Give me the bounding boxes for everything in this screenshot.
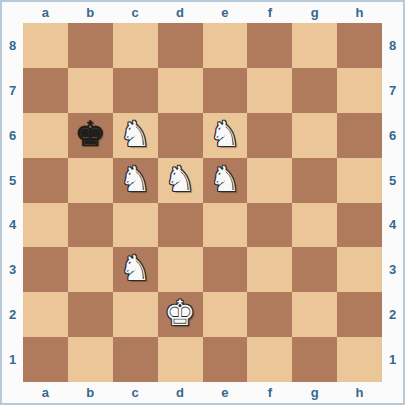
rank-label-8: 8 bbox=[382, 23, 403, 68]
square-g8[interactable] bbox=[292, 23, 337, 68]
square-b6[interactable]: ♚ bbox=[68, 113, 113, 158]
square-c8[interactable] bbox=[113, 23, 158, 68]
square-f3[interactable] bbox=[247, 247, 292, 292]
square-h4[interactable] bbox=[337, 203, 382, 248]
square-f6[interactable] bbox=[247, 113, 292, 158]
file-label-a: a bbox=[23, 2, 68, 23]
square-h7[interactable] bbox=[337, 68, 382, 113]
square-g2[interactable] bbox=[292, 292, 337, 337]
square-g1[interactable] bbox=[292, 337, 337, 382]
file-label-d: d bbox=[158, 2, 203, 23]
rank-label-4: 4 bbox=[2, 203, 23, 248]
square-g3[interactable] bbox=[292, 247, 337, 292]
file-label-b: b bbox=[68, 2, 113, 23]
square-d1[interactable] bbox=[158, 337, 203, 382]
white-knight-piece[interactable]: ♞ bbox=[164, 162, 195, 197]
square-f5[interactable] bbox=[247, 158, 292, 203]
file-label-h: h bbox=[337, 382, 382, 403]
square-c7[interactable] bbox=[113, 68, 158, 113]
square-g6[interactable] bbox=[292, 113, 337, 158]
white-knight-piece[interactable]: ♞ bbox=[119, 251, 150, 286]
square-d7[interactable] bbox=[158, 68, 203, 113]
square-c1[interactable] bbox=[113, 337, 158, 382]
square-h1[interactable] bbox=[337, 337, 382, 382]
white-knight-piece[interactable]: ♞ bbox=[119, 117, 150, 152]
file-label-g: g bbox=[292, 2, 337, 23]
square-h8[interactable] bbox=[337, 23, 382, 68]
square-a2[interactable] bbox=[23, 292, 68, 337]
rank-label-8: 8 bbox=[2, 23, 23, 68]
square-b5[interactable] bbox=[68, 158, 113, 203]
square-b2[interactable] bbox=[68, 292, 113, 337]
white-knight-piece[interactable]: ♞ bbox=[209, 117, 240, 152]
square-a1[interactable] bbox=[23, 337, 68, 382]
square-f1[interactable] bbox=[247, 337, 292, 382]
square-e2[interactable] bbox=[203, 292, 248, 337]
square-g5[interactable] bbox=[292, 158, 337, 203]
chessboard: ♚♞♞♞♞♞♞♚ bbox=[23, 23, 382, 382]
square-d5[interactable]: ♞ bbox=[158, 158, 203, 203]
square-e5[interactable]: ♞ bbox=[203, 158, 248, 203]
square-e4[interactable] bbox=[203, 203, 248, 248]
white-knight-piece[interactable]: ♞ bbox=[119, 162, 150, 197]
rank-label-1: 1 bbox=[2, 337, 23, 382]
file-label-a: a bbox=[23, 382, 68, 403]
rank-label-3: 3 bbox=[2, 247, 23, 292]
square-f2[interactable] bbox=[247, 292, 292, 337]
square-h3[interactable] bbox=[337, 247, 382, 292]
square-e6[interactable]: ♞ bbox=[203, 113, 248, 158]
square-e1[interactable] bbox=[203, 337, 248, 382]
rank-label-2: 2 bbox=[2, 292, 23, 337]
square-d8[interactable] bbox=[158, 23, 203, 68]
square-f7[interactable] bbox=[247, 68, 292, 113]
rank-label-6: 6 bbox=[382, 113, 403, 158]
square-a7[interactable] bbox=[23, 68, 68, 113]
square-c6[interactable]: ♞ bbox=[113, 113, 158, 158]
square-b4[interactable] bbox=[68, 203, 113, 248]
square-f8[interactable] bbox=[247, 23, 292, 68]
rank-label-7: 7 bbox=[2, 68, 23, 113]
file-labels-top: abcdefgh bbox=[23, 2, 382, 23]
square-d6[interactable] bbox=[158, 113, 203, 158]
square-a3[interactable] bbox=[23, 247, 68, 292]
square-c2[interactable] bbox=[113, 292, 158, 337]
square-g7[interactable] bbox=[292, 68, 337, 113]
rank-labels-left: 87654321 bbox=[2, 23, 23, 382]
square-b3[interactable] bbox=[68, 247, 113, 292]
file-label-b: b bbox=[68, 382, 113, 403]
file-label-e: e bbox=[203, 382, 248, 403]
square-a6[interactable] bbox=[23, 113, 68, 158]
file-label-f: f bbox=[247, 382, 292, 403]
square-c5[interactable]: ♞ bbox=[113, 158, 158, 203]
rank-label-3: 3 bbox=[382, 247, 403, 292]
rank-label-4: 4 bbox=[382, 203, 403, 248]
rank-label-1: 1 bbox=[382, 337, 403, 382]
square-d3[interactable] bbox=[158, 247, 203, 292]
white-knight-piece[interactable]: ♞ bbox=[209, 162, 240, 197]
square-h5[interactable] bbox=[337, 158, 382, 203]
file-labels-bottom: abcdefgh bbox=[23, 382, 382, 403]
square-f4[interactable] bbox=[247, 203, 292, 248]
square-b7[interactable] bbox=[68, 68, 113, 113]
square-d2[interactable]: ♚ bbox=[158, 292, 203, 337]
file-label-f: f bbox=[247, 2, 292, 23]
rank-label-5: 5 bbox=[382, 158, 403, 203]
square-b1[interactable] bbox=[68, 337, 113, 382]
square-a5[interactable] bbox=[23, 158, 68, 203]
rank-label-2: 2 bbox=[382, 292, 403, 337]
square-h2[interactable] bbox=[337, 292, 382, 337]
rank-label-7: 7 bbox=[382, 68, 403, 113]
square-e3[interactable] bbox=[203, 247, 248, 292]
square-a4[interactable] bbox=[23, 203, 68, 248]
black-king-piece[interactable]: ♚ bbox=[75, 117, 106, 152]
file-label-e: e bbox=[203, 2, 248, 23]
square-b8[interactable] bbox=[68, 23, 113, 68]
rank-label-6: 6 bbox=[2, 113, 23, 158]
rank-labels-right: 87654321 bbox=[382, 23, 403, 382]
file-label-g: g bbox=[292, 382, 337, 403]
rank-label-5: 5 bbox=[2, 158, 23, 203]
square-e7[interactable] bbox=[203, 68, 248, 113]
square-g4[interactable] bbox=[292, 203, 337, 248]
chessboard-frame: abcdefgh 87654321 ♚♞♞♞♞♞♞♚ 87654321 abcd… bbox=[0, 0, 405, 405]
square-c3[interactable]: ♞ bbox=[113, 247, 158, 292]
file-label-c: c bbox=[113, 382, 158, 403]
square-e8[interactable] bbox=[203, 23, 248, 68]
file-label-d: d bbox=[158, 382, 203, 403]
square-c4[interactable] bbox=[113, 203, 158, 248]
square-a8[interactable] bbox=[23, 23, 68, 68]
white-king-piece[interactable]: ♚ bbox=[164, 296, 195, 331]
file-label-c: c bbox=[113, 2, 158, 23]
square-h6[interactable] bbox=[337, 113, 382, 158]
square-d4[interactable] bbox=[158, 203, 203, 248]
file-label-h: h bbox=[337, 2, 382, 23]
